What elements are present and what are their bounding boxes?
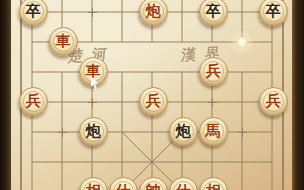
- xiangqi-board[interactable]: 楚河 漢界 卒炮卒卒車車兵兵兵兵炮炮馬相仕帥仕相: [0, 0, 304, 190]
- point-marker: [58, 128, 67, 137]
- point-marker: [88, 98, 97, 107]
- point-marker: [208, 98, 217, 107]
- point-marker: [88, 8, 97, 17]
- piece-red-pawn[interactable]: 兵: [199, 57, 228, 86]
- move-highlight-glow: [235, 35, 249, 49]
- piece-red-chariot[interactable]: 車: [49, 27, 78, 56]
- point-marker: [238, 128, 247, 137]
- piece-black-pawn[interactable]: 卒: [19, 0, 48, 26]
- piece-red-pawn[interactable]: 兵: [259, 87, 288, 116]
- piece-red-pawn[interactable]: 兵: [19, 87, 48, 116]
- piece-black-pawn[interactable]: 卒: [259, 0, 288, 26]
- piece-black-cannon[interactable]: 炮: [79, 117, 108, 146]
- piece-red-horse[interactable]: 馬: [199, 117, 228, 146]
- table-edge-right: [292, 0, 304, 190]
- board-surface[interactable]: 楚河 漢界 卒炮卒卒車車兵兵兵兵炮炮馬相仕帥仕相: [11, 0, 292, 190]
- piece-red-pawn[interactable]: 兵: [139, 87, 168, 116]
- piece-black-pawn[interactable]: 卒: [199, 0, 228, 26]
- piece-black-cannon[interactable]: 炮: [169, 117, 198, 146]
- piece-red-cannon[interactable]: 炮: [139, 0, 168, 26]
